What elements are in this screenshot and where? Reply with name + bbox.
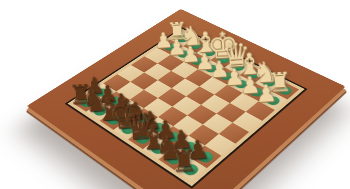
board-grid: ♜♞♝♚♛♝♞♜♟♟♟♟♟♟♟♟♟♟♟♟♟♟♟♟♜♞♝♚♛♝♞♜ (73, 31, 299, 181)
square-c4[interactable] (201, 95, 230, 114)
product-photo-scene: ♜♞♝♚♛♝♞♜♟♟♟♟♟♟♟♟♟♟♟♟♟♟♟♟♜♞♝♚♛♝♞♜ (0, 0, 350, 189)
white-pawn[interactable]: ♟ (255, 81, 277, 106)
board-inner-field: ♜♞♝♚♛♝♞♜♟♟♟♟♟♟♟♟♟♟♟♟♟♟♟♟♜♞♝♚♛♝♞♜ (65, 27, 308, 189)
camera-tilt-wrapper: ♜♞♝♚♛♝♞♜♟♟♟♟♟♟♟♟♟♟♟♟♟♟♟♟♜♞♝♚♛♝♞♜ (0, 0, 350, 189)
black-rook[interactable]: ♜ (170, 145, 195, 176)
chess-board: ♜♞♝♚♛♝♞♜♟♟♟♟♟♟♟♟♟♟♟♟♟♟♟♟♜♞♝♚♛♝♞♜ (27, 9, 346, 189)
